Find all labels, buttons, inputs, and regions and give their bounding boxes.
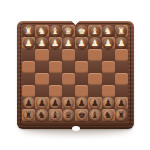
board-square[interactable] bbox=[22, 73, 35, 85]
board-square[interactable]: ♚ bbox=[75, 109, 88, 121]
chess-piece-wN[interactable]: ♞ bbox=[36, 25, 48, 37]
board-square[interactable]: ♟ bbox=[88, 37, 101, 49]
board-square[interactable]: ♛ bbox=[62, 25, 75, 37]
board-square[interactable]: ♟ bbox=[22, 37, 35, 49]
board-square[interactable] bbox=[102, 85, 115, 97]
board-square[interactable]: ♛ bbox=[62, 109, 75, 121]
chess-board: ♜♞♝♛♚♝♞♜♟♟♟♟♟♟♟♟♟♟♟♟♟♟♟♟♜♞♝♛♚♝♞♜ bbox=[17, 21, 134, 129]
board-square[interactable] bbox=[102, 61, 115, 73]
board-square[interactable] bbox=[102, 73, 115, 85]
board-square[interactable]: ♚ bbox=[75, 25, 88, 37]
chess-piece-wP[interactable]: ♟ bbox=[115, 37, 127, 49]
travel-chess-set-photo: ♜♞♝♛♚♝♞♜♟♟♟♟♟♟♟♟♟♟♟♟♟♟♟♟♜♞♝♛♚♝♞♜ bbox=[0, 0, 150, 150]
board-square[interactable]: ♟ bbox=[62, 37, 75, 49]
board-square[interactable]: ♞ bbox=[102, 109, 115, 121]
chess-piece-wQ[interactable]: ♛ bbox=[62, 25, 74, 37]
chess-piece-bK[interactable]: ♚ bbox=[76, 109, 88, 121]
chess-piece-bN[interactable]: ♞ bbox=[102, 109, 114, 121]
board-square[interactable] bbox=[62, 73, 75, 85]
board-square[interactable] bbox=[35, 61, 48, 73]
chess-piece-wP[interactable]: ♟ bbox=[89, 37, 101, 49]
chess-piece-bP[interactable]: ♟ bbox=[36, 97, 48, 109]
board-square[interactable] bbox=[35, 73, 48, 85]
board-square[interactable]: ♟ bbox=[62, 97, 75, 109]
board-square[interactable] bbox=[75, 85, 88, 97]
chess-piece-bQ[interactable]: ♛ bbox=[62, 109, 74, 121]
board-square[interactable] bbox=[115, 73, 128, 85]
board-square[interactable]: ♟ bbox=[35, 97, 48, 109]
board-square[interactable] bbox=[75, 49, 88, 61]
chess-piece-bP[interactable]: ♟ bbox=[62, 97, 74, 109]
clasp-notch-bottom bbox=[72, 126, 80, 131]
board-square[interactable] bbox=[88, 73, 101, 85]
chess-piece-wR[interactable]: ♜ bbox=[115, 25, 127, 37]
chess-piece-bN[interactable]: ♞ bbox=[36, 109, 48, 121]
board-square[interactable]: ♟ bbox=[102, 97, 115, 109]
board-square[interactable]: ♞ bbox=[35, 109, 48, 121]
board-square[interactable]: ♝ bbox=[88, 109, 101, 121]
chess-piece-wP[interactable]: ♟ bbox=[49, 37, 61, 49]
board-square[interactable] bbox=[88, 61, 101, 73]
chess-piece-wP[interactable]: ♟ bbox=[36, 37, 48, 49]
board-square[interactable] bbox=[22, 85, 35, 97]
board-square[interactable]: ♜ bbox=[22, 109, 35, 121]
board-square[interactable] bbox=[75, 61, 88, 73]
chess-piece-wP[interactable]: ♟ bbox=[102, 37, 114, 49]
chess-piece-wN[interactable]: ♞ bbox=[102, 25, 114, 37]
chess-piece-wB[interactable]: ♝ bbox=[89, 25, 101, 37]
board-square[interactable]: ♟ bbox=[102, 37, 115, 49]
board-square[interactable]: ♞ bbox=[102, 25, 115, 37]
chess-piece-bB[interactable]: ♝ bbox=[89, 109, 101, 121]
board-square[interactable]: ♟ bbox=[115, 97, 128, 109]
board-square[interactable]: ♟ bbox=[35, 37, 48, 49]
chess-piece-bP[interactable]: ♟ bbox=[23, 97, 35, 109]
board-square[interactable]: ♟ bbox=[88, 97, 101, 109]
chess-piece-wP[interactable]: ♟ bbox=[62, 37, 74, 49]
board-square[interactable]: ♝ bbox=[88, 25, 101, 37]
board-square[interactable]: ♟ bbox=[75, 37, 88, 49]
board-square[interactable] bbox=[49, 73, 62, 85]
board-square[interactable]: ♟ bbox=[49, 97, 62, 109]
chess-piece-wP[interactable]: ♟ bbox=[23, 37, 35, 49]
board-square[interactable] bbox=[49, 85, 62, 97]
chess-piece-bP[interactable]: ♟ bbox=[76, 97, 88, 109]
board-square[interactable] bbox=[35, 49, 48, 61]
chess-piece-wB[interactable]: ♝ bbox=[49, 25, 61, 37]
board-square[interactable] bbox=[88, 85, 101, 97]
chess-piece-bR[interactable]: ♜ bbox=[23, 109, 35, 121]
chess-piece-bR[interactable]: ♜ bbox=[115, 109, 127, 121]
board-square[interactable] bbox=[102, 49, 115, 61]
board-square[interactable] bbox=[62, 85, 75, 97]
board-square[interactable] bbox=[115, 49, 128, 61]
chess-piece-bB[interactable]: ♝ bbox=[49, 109, 61, 121]
board-grid: ♜♞♝♛♚♝♞♜♟♟♟♟♟♟♟♟♟♟♟♟♟♟♟♟♜♞♝♛♚♝♞♜ bbox=[22, 25, 128, 121]
board-square[interactable] bbox=[49, 49, 62, 61]
board-square[interactable] bbox=[22, 61, 35, 73]
board-square[interactable] bbox=[22, 49, 35, 61]
board-square[interactable]: ♟ bbox=[75, 97, 88, 109]
board-square[interactable] bbox=[62, 49, 75, 61]
board-square[interactable]: ♞ bbox=[35, 25, 48, 37]
board-square[interactable]: ♟ bbox=[115, 37, 128, 49]
chess-piece-wK[interactable]: ♚ bbox=[76, 25, 88, 37]
chess-piece-bP[interactable]: ♟ bbox=[49, 97, 61, 109]
chess-piece-bP[interactable]: ♟ bbox=[115, 97, 127, 109]
board-square[interactable]: ♜ bbox=[115, 25, 128, 37]
board-square[interactable] bbox=[115, 61, 128, 73]
chess-piece-wR[interactable]: ♜ bbox=[23, 25, 35, 37]
board-square[interactable] bbox=[75, 73, 88, 85]
board-square[interactable] bbox=[62, 61, 75, 73]
board-square[interactable]: ♝ bbox=[49, 109, 62, 121]
chess-piece-bP[interactable]: ♟ bbox=[89, 97, 101, 109]
board-square[interactable] bbox=[115, 85, 128, 97]
board-square[interactable]: ♟ bbox=[49, 37, 62, 49]
board-square[interactable] bbox=[49, 61, 62, 73]
chess-piece-bP[interactable]: ♟ bbox=[102, 97, 114, 109]
board-square[interactable]: ♜ bbox=[22, 25, 35, 37]
board-square[interactable] bbox=[88, 49, 101, 61]
board-square[interactable] bbox=[35, 85, 48, 97]
board-square[interactable]: ♝ bbox=[49, 25, 62, 37]
board-square[interactable]: ♟ bbox=[22, 97, 35, 109]
board-square[interactable]: ♜ bbox=[115, 109, 128, 121]
chess-piece-wP[interactable]: ♟ bbox=[76, 37, 88, 49]
